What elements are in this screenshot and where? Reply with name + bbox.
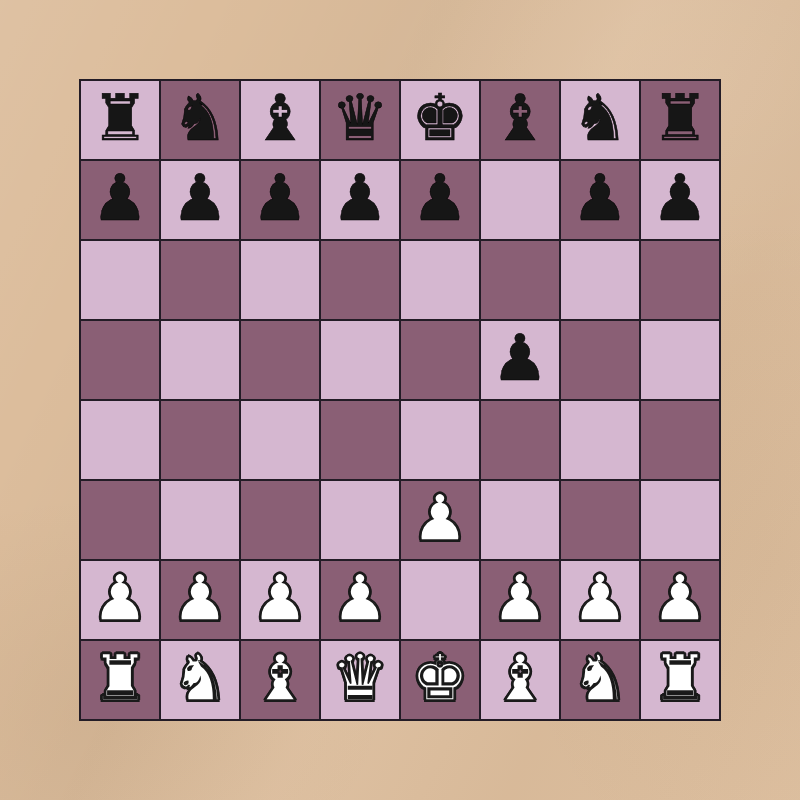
piece-black-knight[interactable]: ♞	[571, 86, 628, 150]
square-g2[interactable]: ♟	[561, 561, 639, 639]
square-g7[interactable]: ♟	[561, 161, 639, 239]
square-c3[interactable]	[241, 481, 319, 559]
piece-white-bishop[interactable]: ♝	[491, 646, 548, 710]
piece-black-pawn[interactable]: ♟	[251, 166, 308, 230]
piece-white-pawn[interactable]: ♟	[171, 566, 228, 630]
piece-black-queen[interactable]: ♛	[331, 86, 388, 150]
square-g3[interactable]	[561, 481, 639, 559]
square-g6[interactable]	[561, 241, 639, 319]
square-g1[interactable]: ♞	[561, 641, 639, 719]
square-b1[interactable]: ♞	[161, 641, 239, 719]
piece-black-pawn[interactable]: ♟	[571, 166, 628, 230]
square-c4[interactable]	[241, 401, 319, 479]
piece-white-knight[interactable]: ♞	[171, 646, 228, 710]
square-g4[interactable]	[561, 401, 639, 479]
piece-white-rook[interactable]: ♜	[651, 646, 708, 710]
square-f3[interactable]	[481, 481, 559, 559]
square-c8[interactable]: ♝	[241, 81, 319, 159]
square-a1[interactable]: ♜	[81, 641, 159, 719]
piece-white-pawn[interactable]: ♟	[91, 566, 148, 630]
piece-black-bishop[interactable]: ♝	[251, 86, 308, 150]
square-b4[interactable]	[161, 401, 239, 479]
square-h6[interactable]	[641, 241, 719, 319]
square-c6[interactable]	[241, 241, 319, 319]
square-d6[interactable]	[321, 241, 399, 319]
chess-board: ♜♞♝♛♚♝♞♜♟♟♟♟♟♟♟♟♟♟♟♟♟♟♟♟♜♞♝♛♚♝♞♜	[79, 79, 721, 721]
square-d7[interactable]: ♟	[321, 161, 399, 239]
square-e4[interactable]	[401, 401, 479, 479]
piece-black-pawn[interactable]: ♟	[171, 166, 228, 230]
piece-black-king[interactable]: ♚	[411, 86, 468, 150]
piece-white-knight[interactable]: ♞	[571, 646, 628, 710]
piece-white-king[interactable]: ♚	[411, 646, 468, 710]
square-b2[interactable]: ♟	[161, 561, 239, 639]
square-e8[interactable]: ♚	[401, 81, 479, 159]
square-h4[interactable]	[641, 401, 719, 479]
piece-black-pawn[interactable]: ♟	[91, 166, 148, 230]
piece-black-pawn[interactable]: ♟	[331, 166, 388, 230]
piece-white-pawn[interactable]: ♟	[571, 566, 628, 630]
square-d2[interactable]: ♟	[321, 561, 399, 639]
square-b8[interactable]: ♞	[161, 81, 239, 159]
piece-black-rook[interactable]: ♜	[91, 86, 148, 150]
square-b7[interactable]: ♟	[161, 161, 239, 239]
piece-black-knight[interactable]: ♞	[171, 86, 228, 150]
square-a4[interactable]	[81, 401, 159, 479]
piece-white-pawn[interactable]: ♟	[411, 486, 468, 550]
piece-white-rook[interactable]: ♜	[91, 646, 148, 710]
square-f4[interactable]	[481, 401, 559, 479]
square-d1[interactable]: ♛	[321, 641, 399, 719]
piece-white-pawn[interactable]: ♟	[651, 566, 708, 630]
square-e7[interactable]: ♟	[401, 161, 479, 239]
square-f6[interactable]	[481, 241, 559, 319]
piece-black-rook[interactable]: ♜	[651, 86, 708, 150]
square-b3[interactable]	[161, 481, 239, 559]
piece-white-pawn[interactable]: ♟	[331, 566, 388, 630]
square-g5[interactable]	[561, 321, 639, 399]
square-h2[interactable]: ♟	[641, 561, 719, 639]
square-g8[interactable]: ♞	[561, 81, 639, 159]
square-e6[interactable]	[401, 241, 479, 319]
square-d3[interactable]	[321, 481, 399, 559]
square-a7[interactable]: ♟	[81, 161, 159, 239]
square-e5[interactable]	[401, 321, 479, 399]
square-h8[interactable]: ♜	[641, 81, 719, 159]
square-c2[interactable]: ♟	[241, 561, 319, 639]
square-a5[interactable]	[81, 321, 159, 399]
square-c5[interactable]	[241, 321, 319, 399]
square-a2[interactable]: ♟	[81, 561, 159, 639]
square-h5[interactable]	[641, 321, 719, 399]
square-b6[interactable]	[161, 241, 239, 319]
piece-white-queen[interactable]: ♛	[331, 646, 388, 710]
square-e3[interactable]: ♟	[401, 481, 479, 559]
square-a3[interactable]	[81, 481, 159, 559]
square-a8[interactable]: ♜	[81, 81, 159, 159]
square-f7[interactable]	[481, 161, 559, 239]
square-e1[interactable]: ♚	[401, 641, 479, 719]
piece-black-bishop[interactable]: ♝	[491, 86, 548, 150]
square-c1[interactable]: ♝	[241, 641, 319, 719]
piece-white-pawn[interactable]: ♟	[251, 566, 308, 630]
square-d8[interactable]: ♛	[321, 81, 399, 159]
square-f1[interactable]: ♝	[481, 641, 559, 719]
square-f2[interactable]: ♟	[481, 561, 559, 639]
square-a6[interactable]	[81, 241, 159, 319]
piece-black-pawn[interactable]: ♟	[491, 326, 548, 390]
piece-white-pawn[interactable]: ♟	[491, 566, 548, 630]
square-f8[interactable]: ♝	[481, 81, 559, 159]
piece-white-bishop[interactable]: ♝	[251, 646, 308, 710]
square-f5[interactable]: ♟	[481, 321, 559, 399]
piece-black-pawn[interactable]: ♟	[411, 166, 468, 230]
square-h1[interactable]: ♜	[641, 641, 719, 719]
square-d4[interactable]	[321, 401, 399, 479]
square-e2[interactable]	[401, 561, 479, 639]
square-c7[interactable]: ♟	[241, 161, 319, 239]
square-d5[interactable]	[321, 321, 399, 399]
square-h7[interactable]: ♟	[641, 161, 719, 239]
piece-black-pawn[interactable]: ♟	[651, 166, 708, 230]
square-h3[interactable]	[641, 481, 719, 559]
square-b5[interactable]	[161, 321, 239, 399]
